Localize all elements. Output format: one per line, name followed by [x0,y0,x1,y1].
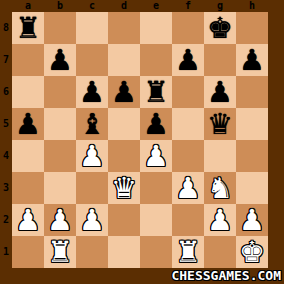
square-e5: ♟ [140,108,172,140]
file-label-a: a [12,0,44,12]
white-knight-piece: ♞ [207,172,233,204]
square-a4 [12,140,44,172]
square-b4 [44,140,76,172]
black-pawn-piece: ♟ [15,108,41,140]
square-b3 [44,172,76,204]
file-label-g: g [204,0,236,12]
file-labels: abcdefgh [12,0,268,12]
square-h8 [236,12,268,44]
black-pawn-piece: ♟ [207,76,233,108]
square-c4: ♟ [76,140,108,172]
white-pawn-piece: ♟ [79,140,105,172]
black-rook-piece: ♜ [15,12,41,44]
square-d3: ♛ [108,172,140,204]
square-a2: ♟ [12,204,44,236]
square-f3: ♟ [172,172,204,204]
rank-label-8: 8 [0,12,12,44]
square-e6: ♜ [140,76,172,108]
white-rook-piece: ♜ [47,236,73,268]
square-c2: ♟ [76,204,108,236]
square-d2 [108,204,140,236]
square-g5: ♛ [204,108,236,140]
square-a1 [12,236,44,268]
black-pawn-piece: ♟ [175,44,201,76]
square-a5: ♟ [12,108,44,140]
square-h4 [236,140,268,172]
square-f4 [172,140,204,172]
square-a6 [12,76,44,108]
white-pawn-piece: ♟ [175,172,201,204]
black-pawn-piece: ♟ [143,108,169,140]
square-e4: ♟ [140,140,172,172]
file-label-h: h [236,0,268,12]
white-pawn-piece: ♟ [79,204,105,236]
square-c3 [76,172,108,204]
white-pawn-piece: ♟ [143,140,169,172]
square-g3: ♞ [204,172,236,204]
rank-label-3: 3 [0,172,12,204]
square-e1 [140,236,172,268]
square-h5 [236,108,268,140]
square-b6 [44,76,76,108]
white-pawn-piece: ♟ [15,204,41,236]
square-c8 [76,12,108,44]
black-pawn-piece: ♟ [111,76,137,108]
rank-label-2: 2 [0,204,12,236]
square-e2 [140,204,172,236]
square-h3 [236,172,268,204]
file-label-e: e [140,0,172,12]
white-pawn-piece: ♟ [239,204,265,236]
rank-label-5: 5 [0,108,12,140]
square-f8 [172,12,204,44]
square-c1 [76,236,108,268]
black-king-piece: ♚ [207,12,233,44]
white-king-piece: ♚ [239,236,265,268]
file-label-c: c [76,0,108,12]
square-d7 [108,44,140,76]
square-c6: ♟ [76,76,108,108]
square-b8 [44,12,76,44]
rank-label-1: 1 [0,236,12,268]
file-label-b: b [44,0,76,12]
square-b1: ♜ [44,236,76,268]
white-rook-piece: ♜ [175,236,201,268]
chess-board: ♜♚♟♟♟♟♟♜♟♟♝♟♛♟♟♛♟♞♟♟♟♟♟♜♜♚ [12,12,268,268]
square-c5: ♝ [76,108,108,140]
square-b7: ♟ [44,44,76,76]
square-g6: ♟ [204,76,236,108]
square-h1: ♚ [236,236,268,268]
file-label-f: f [172,0,204,12]
square-a8: ♜ [12,12,44,44]
black-pawn-piece: ♟ [239,44,265,76]
black-pawn-piece: ♟ [47,44,73,76]
square-h2: ♟ [236,204,268,236]
square-c7 [76,44,108,76]
rank-label-6: 6 [0,76,12,108]
square-g1 [204,236,236,268]
square-g8: ♚ [204,12,236,44]
rank-labels: 87654321 [0,12,12,268]
rank-label-7: 7 [0,44,12,76]
square-d6: ♟ [108,76,140,108]
black-queen-piece: ♛ [207,108,233,140]
square-e7 [140,44,172,76]
square-d1 [108,236,140,268]
square-f6 [172,76,204,108]
square-f7: ♟ [172,44,204,76]
site-watermark: CHESSGAMES.COM [171,268,281,284]
square-a3 [12,172,44,204]
square-e3 [140,172,172,204]
square-b5 [44,108,76,140]
square-f5 [172,108,204,140]
square-d5 [108,108,140,140]
square-f1: ♜ [172,236,204,268]
chess-diagram-frame: abcdefgh 87654321 ♜♚♟♟♟♟♟♜♟♟♝♟♛♟♟♛♟♞♟♟♟♟… [0,0,284,284]
white-pawn-piece: ♟ [207,204,233,236]
black-pawn-piece: ♟ [79,76,105,108]
square-h6 [236,76,268,108]
square-g2: ♟ [204,204,236,236]
square-d8 [108,12,140,44]
black-bishop-piece: ♝ [79,108,105,140]
rank-label-4: 4 [0,140,12,172]
square-a7 [12,44,44,76]
square-g4 [204,140,236,172]
white-queen-piece: ♛ [111,172,137,204]
white-pawn-piece: ♟ [47,204,73,236]
square-f2 [172,204,204,236]
square-d4 [108,140,140,172]
square-b2: ♟ [44,204,76,236]
black-rook-piece: ♜ [143,76,169,108]
file-label-d: d [108,0,140,12]
square-e8 [140,12,172,44]
square-g7 [204,44,236,76]
square-h7: ♟ [236,44,268,76]
